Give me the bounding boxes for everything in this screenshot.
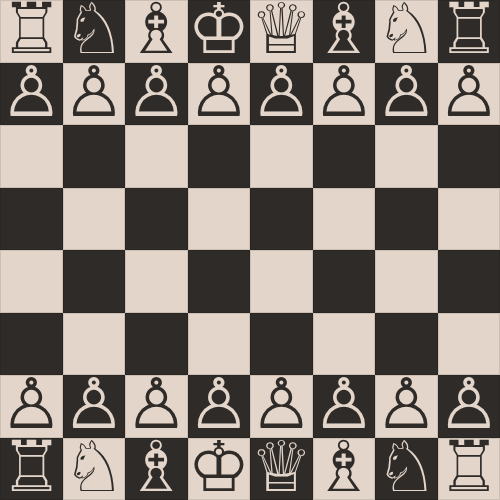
piece-pawn[interactable]: ♙ — [62, 61, 125, 124]
square-r2c8[interactable]: ♙ — [438, 63, 500, 126]
square-r3c1[interactable] — [0, 125, 63, 188]
square-r2c6[interactable]: ♙ — [313, 63, 376, 126]
square-r4c1[interactable] — [0, 188, 63, 251]
piece-rook[interactable]: ♖ — [437, 436, 500, 499]
square-r5c6[interactable] — [313, 250, 376, 313]
square-r5c2[interactable] — [63, 250, 126, 313]
square-r8c2[interactable]: ♘ — [63, 438, 126, 500]
square-r5c3[interactable] — [125, 250, 188, 313]
square-r4c3[interactable] — [125, 188, 188, 251]
square-r5c8[interactable] — [438, 250, 500, 313]
square-r2c2[interactable]: ♙ — [63, 63, 126, 126]
piece-bishop[interactable]: ♗ — [125, 436, 188, 499]
square-r3c2[interactable] — [63, 125, 126, 188]
piece-rook[interactable]: ♖ — [0, 436, 63, 499]
square-r5c1[interactable] — [0, 250, 63, 313]
square-r8c1[interactable]: ♖ — [0, 438, 63, 500]
square-r8c8[interactable]: ♖ — [438, 438, 500, 500]
square-r3c3[interactable] — [125, 125, 188, 188]
chess-board: ♖♘♗♔♕♗♘♖♙♙♙♙♙♙♙♙♙♙♙♙♙♙♙♙♖♘♗♔♕♗♘♖ — [0, 0, 500, 500]
square-r2c5[interactable]: ♙ — [250, 63, 313, 126]
square-r4c2[interactable] — [63, 188, 126, 251]
piece-pawn[interactable]: ♙ — [312, 61, 375, 124]
square-r5c7[interactable] — [375, 250, 438, 313]
piece-queen[interactable]: ♕ — [250, 436, 313, 499]
square-r5c5[interactable] — [250, 250, 313, 313]
piece-pawn[interactable]: ♙ — [125, 61, 188, 124]
square-r4c5[interactable] — [250, 188, 313, 251]
square-r3c7[interactable] — [375, 125, 438, 188]
square-r3c8[interactable] — [438, 125, 500, 188]
piece-pawn[interactable]: ♙ — [437, 61, 500, 124]
piece-king[interactable]: ♔ — [187, 436, 250, 499]
piece-knight[interactable]: ♘ — [375, 436, 438, 499]
piece-knight[interactable]: ♘ — [62, 436, 125, 499]
piece-pawn[interactable]: ♙ — [250, 61, 313, 124]
square-r3c4[interactable] — [188, 125, 251, 188]
square-r3c5[interactable] — [250, 125, 313, 188]
square-r3c6[interactable] — [313, 125, 376, 188]
square-r8c6[interactable]: ♗ — [313, 438, 376, 500]
square-r2c3[interactable]: ♙ — [125, 63, 188, 126]
square-r2c1[interactable]: ♙ — [0, 63, 63, 126]
square-r4c8[interactable] — [438, 188, 500, 251]
piece-pawn[interactable]: ♙ — [375, 61, 438, 124]
square-r8c5[interactable]: ♕ — [250, 438, 313, 500]
square-r4c7[interactable] — [375, 188, 438, 251]
square-r2c7[interactable]: ♙ — [375, 63, 438, 126]
square-r8c4[interactable]: ♔ — [188, 438, 251, 500]
square-r5c4[interactable] — [188, 250, 251, 313]
square-r2c4[interactable]: ♙ — [188, 63, 251, 126]
piece-pawn[interactable]: ♙ — [0, 61, 63, 124]
piece-pawn[interactable]: ♙ — [187, 61, 250, 124]
square-r8c3[interactable]: ♗ — [125, 438, 188, 500]
square-r4c6[interactable] — [313, 188, 376, 251]
piece-bishop[interactable]: ♗ — [312, 436, 375, 499]
square-r4c4[interactable] — [188, 188, 251, 251]
square-r8c7[interactable]: ♘ — [375, 438, 438, 500]
